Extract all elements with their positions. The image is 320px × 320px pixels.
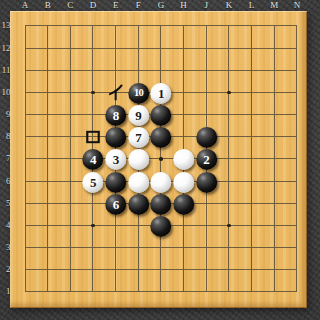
intersection-G13[interactable] [150, 15, 173, 37]
intersection-D2[interactable] [82, 259, 105, 281]
move-number-2: 2 [196, 149, 217, 170]
intersection-B6[interactable] [36, 170, 59, 192]
intersection-A2[interactable] [14, 259, 37, 281]
intersection-J8[interactable] [195, 126, 218, 148]
intersection-H2[interactable] [172, 259, 195, 281]
intersection-G9[interactable] [150, 104, 173, 126]
intersection-C2[interactable] [59, 259, 82, 281]
intersection-A8[interactable] [14, 126, 37, 148]
stone-white-D6: 5 [83, 171, 104, 192]
intersection-E13[interactable] [104, 15, 127, 37]
intersection-G10[interactable]: 1 [150, 81, 173, 103]
intersection-J12[interactable] [195, 37, 218, 59]
intersection-M4[interactable] [263, 214, 286, 236]
intersection-K1[interactable] [218, 281, 241, 303]
stone-black-E5: 6 [105, 194, 126, 215]
intersection-J11[interactable] [195, 59, 218, 81]
col-label-E: E [104, 0, 127, 11]
intersection-L4[interactable] [240, 214, 263, 236]
intersection-E5[interactable]: 6 [104, 192, 127, 214]
intersection-B9[interactable] [36, 104, 59, 126]
col-label-H: H [172, 0, 195, 11]
row-label-12: 12 [0, 37, 11, 59]
intersection-M11[interactable] [263, 59, 286, 81]
intersection-F4[interactable] [127, 214, 150, 236]
intersection-B11[interactable] [36, 59, 59, 81]
intersection-E9[interactable]: 8 [104, 104, 127, 126]
intersection-G7[interactable] [150, 148, 173, 170]
intersection-M5[interactable] [263, 192, 286, 214]
intersection-H8[interactable] [172, 126, 195, 148]
intersection-D3[interactable] [82, 236, 105, 258]
stone-white-F6 [128, 171, 149, 192]
intersection-A12[interactable] [14, 37, 37, 59]
intersection-C10[interactable] [59, 81, 82, 103]
intersection-L6[interactable] [240, 170, 263, 192]
intersection-B5[interactable] [36, 192, 59, 214]
intersection-E7[interactable]: 3 [104, 148, 127, 170]
intersection-B8[interactable] [36, 126, 59, 148]
intersection-A4[interactable] [14, 214, 37, 236]
intersection-N2[interactable] [286, 259, 309, 281]
hoshi-D10 [91, 91, 94, 94]
intersection-E10[interactable] [104, 81, 127, 103]
intersection-J13[interactable] [195, 15, 218, 37]
hoshi-D4 [91, 224, 94, 227]
intersection-B3[interactable] [36, 236, 59, 258]
intersection-A5[interactable] [14, 192, 37, 214]
intersection-N13[interactable] [286, 15, 309, 37]
intersection-B13[interactable] [36, 15, 59, 37]
intersection-N8[interactable] [286, 126, 309, 148]
intersection-H5[interactable] [172, 192, 195, 214]
col-label-C: C [59, 0, 82, 11]
move-number-7: 7 [128, 127, 149, 148]
intersection-K9[interactable] [218, 104, 241, 126]
intersection-M7[interactable] [263, 148, 286, 170]
intersection-J10[interactable] [195, 81, 218, 103]
intersection-D13[interactable] [82, 15, 105, 37]
board-grid: 10189743256 [14, 15, 309, 303]
intersection-M12[interactable] [263, 37, 286, 59]
mark-イ-E10 [107, 84, 124, 101]
intersection-M13[interactable] [263, 15, 286, 37]
row-label-10: 10 [0, 81, 11, 103]
stone-black-F5 [128, 194, 149, 215]
stone-white-F7 [128, 149, 149, 170]
intersection-K10[interactable] [218, 81, 241, 103]
intersection-H1[interactable] [172, 281, 195, 303]
col-label-J: J [195, 0, 218, 11]
intersection-L12[interactable] [240, 37, 263, 59]
intersection-K2[interactable] [218, 259, 241, 281]
intersection-C5[interactable] [59, 192, 82, 214]
intersection-E2[interactable] [104, 259, 127, 281]
intersection-L9[interactable] [240, 104, 263, 126]
row-label-2: 2 [0, 259, 11, 281]
move-number-10: 10 [128, 83, 149, 104]
intersection-K12[interactable] [218, 37, 241, 59]
intersection-H13[interactable] [172, 15, 195, 37]
intersection-A11[interactable] [14, 59, 37, 81]
intersection-F7[interactable] [127, 148, 150, 170]
intersection-H11[interactable] [172, 59, 195, 81]
intersection-K11[interactable] [218, 59, 241, 81]
move-number-1: 1 [151, 83, 172, 104]
row-label-3: 3 [0, 236, 11, 258]
stone-black-E6 [105, 171, 126, 192]
intersection-N1[interactable] [286, 281, 309, 303]
mark-ロ-D8 [86, 130, 100, 143]
intersection-G1[interactable] [150, 281, 173, 303]
move-number-9: 9 [128, 105, 149, 126]
intersection-D9[interactable] [82, 104, 105, 126]
hoshi-K4 [227, 224, 230, 227]
intersection-A1[interactable] [14, 281, 37, 303]
column-labels: ABCDEFGHJKLMN [14, 0, 309, 11]
col-label-K: K [218, 0, 241, 11]
intersection-N6[interactable] [286, 170, 309, 192]
stone-white-G6 [151, 171, 172, 192]
move-number-8: 8 [105, 105, 126, 126]
intersection-D12[interactable] [82, 37, 105, 59]
hoshi-G7 [159, 157, 162, 160]
stone-black-E9: 8 [105, 105, 126, 126]
intersection-A13[interactable] [14, 15, 37, 37]
intersection-N3[interactable] [286, 236, 309, 258]
move-number-3: 3 [105, 149, 126, 170]
intersection-C6[interactable] [59, 170, 82, 192]
intersection-K13[interactable] [218, 15, 241, 37]
intersection-L1[interactable] [240, 281, 263, 303]
hoshi-K10 [227, 91, 230, 94]
intersection-D1[interactable] [82, 281, 105, 303]
move-number-6: 6 [105, 194, 126, 215]
intersection-H4[interactable] [172, 214, 195, 236]
intersection-A3[interactable] [14, 236, 37, 258]
intersection-A6[interactable] [14, 170, 37, 192]
intersection-H7[interactable] [172, 148, 195, 170]
intersection-E8[interactable] [104, 126, 127, 148]
intersection-G5[interactable] [150, 192, 173, 214]
intersection-B7[interactable] [36, 148, 59, 170]
stone-black-J7: 2 [196, 149, 217, 170]
intersection-H9[interactable] [172, 104, 195, 126]
stone-black-G8 [151, 127, 172, 148]
intersection-F3[interactable] [127, 236, 150, 258]
intersection-D6[interactable]: 5 [82, 170, 105, 192]
intersection-N12[interactable] [286, 37, 309, 59]
intersection-J9[interactable] [195, 104, 218, 126]
intersection-J6[interactable] [195, 170, 218, 192]
intersection-F2[interactable] [127, 259, 150, 281]
intersection-D4[interactable] [82, 214, 105, 236]
intersection-H6[interactable] [172, 170, 195, 192]
intersection-J4[interactable] [195, 214, 218, 236]
intersection-F5[interactable] [127, 192, 150, 214]
intersection-F12[interactable] [127, 37, 150, 59]
intersection-J2[interactable] [195, 259, 218, 281]
intersection-G6[interactable] [150, 170, 173, 192]
col-label-G: G [150, 0, 173, 11]
stone-black-G5 [151, 194, 172, 215]
intersection-C11[interactable] [59, 59, 82, 81]
intersection-E4[interactable] [104, 214, 127, 236]
intersection-M9[interactable] [263, 104, 286, 126]
col-label-L: L [240, 0, 263, 11]
intersection-A7[interactable] [14, 148, 37, 170]
intersection-L7[interactable] [240, 148, 263, 170]
col-label-A: A [14, 0, 37, 11]
intersection-L10[interactable] [240, 81, 263, 103]
row-label-11: 11 [0, 59, 11, 81]
intersection-L13[interactable] [240, 15, 263, 37]
intersection-B4[interactable] [36, 214, 59, 236]
intersection-F13[interactable] [127, 15, 150, 37]
intersection-F8[interactable]: 7 [127, 126, 150, 148]
intersection-D7[interactable]: 4 [82, 148, 105, 170]
intersection-L3[interactable] [240, 236, 263, 258]
stone-white-G10: 1 [151, 83, 172, 104]
stone-white-H7 [173, 149, 194, 170]
move-number-4: 4 [83, 149, 104, 170]
intersection-N9[interactable] [286, 104, 309, 126]
intersection-D5[interactable] [82, 192, 105, 214]
intersection-J1[interactable] [195, 281, 218, 303]
stone-white-F9: 9 [128, 105, 149, 126]
stone-black-J6 [196, 171, 217, 192]
stone-white-F8: 7 [128, 127, 149, 148]
move-number-5: 5 [83, 171, 104, 192]
stone-black-F10: 10 [128, 83, 149, 104]
intersection-D8[interactable] [82, 126, 105, 148]
row-label-4: 4 [0, 214, 11, 236]
intersection-J3[interactable] [195, 236, 218, 258]
stone-white-E7: 3 [105, 149, 126, 170]
intersection-G4[interactable] [150, 214, 173, 236]
intersection-E6[interactable] [104, 170, 127, 192]
intersection-H3[interactable] [172, 236, 195, 258]
stone-black-J8 [196, 127, 217, 148]
intersection-F10[interactable]: 10 [127, 81, 150, 103]
intersection-E11[interactable] [104, 59, 127, 81]
intersection-C7[interactable] [59, 148, 82, 170]
intersection-D11[interactable] [82, 59, 105, 81]
intersection-J5[interactable] [195, 192, 218, 214]
intersection-D10[interactable] [82, 81, 105, 103]
col-label-M: M [263, 0, 286, 11]
intersection-C13[interactable] [59, 15, 82, 37]
intersection-E3[interactable] [104, 236, 127, 258]
intersection-E1[interactable] [104, 281, 127, 303]
stone-black-G4 [151, 216, 172, 237]
intersection-L5[interactable] [240, 192, 263, 214]
stone-black-G9 [151, 105, 172, 126]
stone-black-D7: 4 [83, 149, 104, 170]
row-label-8: 8 [0, 126, 11, 148]
intersection-C1[interactable] [59, 281, 82, 303]
intersection-J7[interactable]: 2 [195, 148, 218, 170]
intersection-F1[interactable] [127, 281, 150, 303]
intersection-M10[interactable] [263, 81, 286, 103]
intersection-K6[interactable] [218, 170, 241, 192]
intersection-A9[interactable] [14, 104, 37, 126]
intersection-H12[interactable] [172, 37, 195, 59]
stone-black-H5 [173, 194, 194, 215]
go-board: 10189743256 [10, 11, 307, 308]
row-label-5: 5 [0, 192, 11, 214]
intersection-A10[interactable] [14, 81, 37, 103]
intersection-B12[interactable] [36, 37, 59, 59]
stone-black-E8 [105, 127, 126, 148]
col-label-N: N [286, 0, 309, 11]
intersection-M2[interactable] [263, 259, 286, 281]
intersection-G12[interactable] [150, 37, 173, 59]
intersection-L2[interactable] [240, 259, 263, 281]
intersection-C3[interactable] [59, 236, 82, 258]
row-label-1: 1 [0, 281, 11, 303]
intersection-M1[interactable] [263, 281, 286, 303]
intersection-B1[interactable] [36, 281, 59, 303]
row-label-7: 7 [0, 148, 11, 170]
intersection-K5[interactable] [218, 192, 241, 214]
intersection-G8[interactable] [150, 126, 173, 148]
intersection-K8[interactable] [218, 126, 241, 148]
intersection-M3[interactable] [263, 236, 286, 258]
intersection-N4[interactable] [286, 214, 309, 236]
intersection-E12[interactable] [104, 37, 127, 59]
row-label-6: 6 [0, 170, 11, 192]
col-label-D: D [82, 0, 105, 11]
row-label-9: 9 [0, 104, 11, 126]
intersection-M6[interactable] [263, 170, 286, 192]
intersection-K3[interactable] [218, 236, 241, 258]
intersection-K7[interactable] [218, 148, 241, 170]
row-labels: 13121110987654321 [0, 15, 11, 303]
intersection-N10[interactable] [286, 81, 309, 103]
intersection-H10[interactable] [172, 81, 195, 103]
col-label-B: B [36, 0, 59, 11]
intersection-C9[interactable] [59, 104, 82, 126]
col-label-F: F [127, 0, 150, 11]
go-diagram: ABCDEFGHJKLMN 13121110987654321 10189743… [0, 0, 320, 320]
intersection-F11[interactable] [127, 59, 150, 81]
intersection-B2[interactable] [36, 259, 59, 281]
intersection-M8[interactable] [263, 126, 286, 148]
intersection-B10[interactable] [36, 81, 59, 103]
intersection-C8[interactable] [59, 126, 82, 148]
stone-white-H6 [173, 171, 194, 192]
intersection-F6[interactable] [127, 170, 150, 192]
intersection-G11[interactable] [150, 59, 173, 81]
intersection-N11[interactable] [286, 59, 309, 81]
intersection-K4[interactable] [218, 214, 241, 236]
intersection-N5[interactable] [286, 192, 309, 214]
intersection-G3[interactable] [150, 236, 173, 258]
row-label-13: 13 [0, 15, 11, 37]
intersection-L11[interactable] [240, 59, 263, 81]
intersection-F9[interactable]: 9 [127, 104, 150, 126]
intersection-C4[interactable] [59, 214, 82, 236]
intersection-L8[interactable] [240, 126, 263, 148]
intersection-N7[interactable] [286, 148, 309, 170]
intersection-G2[interactable] [150, 259, 173, 281]
intersection-C12[interactable] [59, 37, 82, 59]
